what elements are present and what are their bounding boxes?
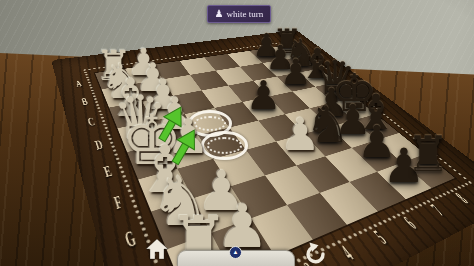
bottom-drawer-handle[interactable]: ▲ (177, 250, 295, 266)
undo-arrow-icon (304, 241, 328, 265)
home-button[interactable] (145, 238, 169, 261)
home-icon (145, 238, 169, 261)
white-pawn-icon: ♟ (215, 9, 224, 19)
game-screen: ABCDEFGH12345678 ♜♞♝♛♚♝♜♟♟♟♟♟♟♟♞♟♟♟♟♟♟♟♟… (0, 0, 474, 266)
turn-banner-label: white turn (227, 9, 264, 19)
hud-layer: ♟ white turn ▲ (0, 0, 474, 266)
turn-banner: ♟ white turn (207, 5, 271, 23)
undo-button[interactable] (304, 241, 328, 265)
drawer-toggle-button[interactable]: ▲ (229, 246, 242, 259)
